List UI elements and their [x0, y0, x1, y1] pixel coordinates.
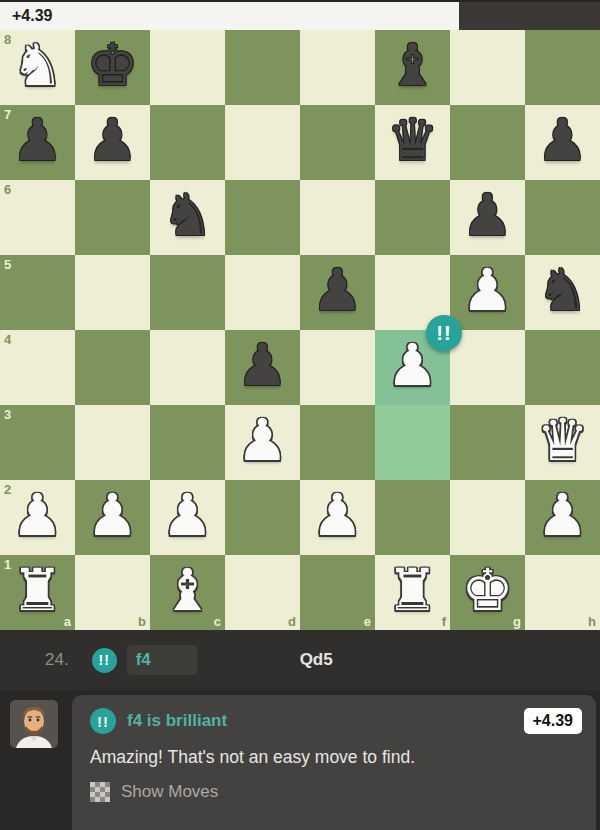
brilliant-symbol: !!	[98, 652, 109, 668]
square-h5[interactable]: ♞	[525, 255, 600, 330]
black-pawn-b7[interactable]: ♟	[87, 111, 139, 169]
black-queen-f7[interactable]: ♛	[387, 111, 439, 169]
square-f7[interactable]: ♛	[375, 105, 450, 180]
white-pawn-c2[interactable]: ♟	[162, 486, 214, 544]
black-pawn-e5[interactable]: ♟	[312, 261, 364, 319]
square-c8[interactable]	[150, 30, 225, 105]
square-c5[interactable]	[150, 255, 225, 330]
square-e5[interactable]: ♟	[300, 255, 375, 330]
square-b4[interactable]	[75, 330, 150, 405]
black-pawn-a7[interactable]: ♟	[12, 111, 64, 169]
white-king-g1[interactable]: ♚	[462, 561, 514, 619]
square-g2[interactable]	[450, 480, 525, 555]
comment-card: !! f4 is brilliant +4.39 Amazing! That's…	[72, 695, 596, 830]
square-e3[interactable]	[300, 405, 375, 480]
black-pawn-h7[interactable]: ♟	[537, 111, 589, 169]
brilliant-symbol: !!	[97, 713, 109, 730]
evaluation-bar: +4.39	[0, 0, 600, 30]
white-pawn-h2[interactable]: ♟	[537, 486, 589, 544]
square-d3[interactable]: ♟	[225, 405, 300, 480]
square-g3[interactable]	[450, 405, 525, 480]
square-h7[interactable]: ♟	[525, 105, 600, 180]
file-label-b: b	[138, 614, 146, 629]
black-pawn-d4[interactable]: ♟	[237, 336, 289, 394]
square-h2[interactable]: ♟	[525, 480, 600, 555]
white-pawn-e2[interactable]: ♟	[312, 486, 364, 544]
square-d8[interactable]	[225, 30, 300, 105]
file-label-g: g	[513, 614, 521, 629]
show-moves-button[interactable]: Show Moves	[90, 782, 582, 802]
square-a8[interactable]: 8♞	[0, 30, 75, 105]
square-b3[interactable]	[75, 405, 150, 480]
square-b8[interactable]: ♚	[75, 30, 150, 105]
square-f6[interactable]	[375, 180, 450, 255]
rank-label-1: 1	[4, 557, 11, 572]
square-d1[interactable]: d	[225, 555, 300, 630]
square-f8[interactable]: ♝	[375, 30, 450, 105]
square-c6[interactable]: ♞	[150, 180, 225, 255]
rank-label-8: 8	[4, 32, 11, 47]
rank-label-3: 3	[4, 407, 11, 422]
square-f1[interactable]: f♜	[375, 555, 450, 630]
evaluation-score: +4.39	[0, 7, 52, 25]
square-c7[interactable]	[150, 105, 225, 180]
square-d7[interactable]	[225, 105, 300, 180]
square-d6[interactable]	[225, 180, 300, 255]
show-moves-label: Show Moves	[121, 782, 218, 802]
white-queen-h3[interactable]: ♛	[537, 411, 589, 469]
black-move-button[interactable]: Qd5	[300, 650, 333, 670]
square-a7[interactable]: 7♟	[0, 105, 75, 180]
file-label-a: a	[64, 614, 71, 629]
chess-board-area: 8♞♚♝7♟♟♛♟6♞♟5♟♟♞4♟♟3♟♛2♟♟♟♟♟1a♜bc♝def♜g♚…	[0, 30, 600, 630]
square-e2[interactable]: ♟	[300, 480, 375, 555]
analysis-comment-panel: !! f4 is brilliant +4.39 Amazing! That's…	[0, 690, 600, 830]
white-pawn-b2[interactable]: ♟	[87, 486, 139, 544]
black-bishop-f8[interactable]: ♝	[387, 36, 439, 94]
brilliant-move-badge-icon: !!	[92, 648, 117, 673]
move-list-bar: 24. !! f4 Qd5	[0, 630, 600, 690]
square-g1[interactable]: g♚	[450, 555, 525, 630]
square-e7[interactable]	[300, 105, 375, 180]
white-rook-f1[interactable]: ♜	[387, 561, 439, 619]
square-a3[interactable]: 3	[0, 405, 75, 480]
comment-header: !! f4 is brilliant +4.39	[90, 708, 582, 734]
square-c1[interactable]: c♝	[150, 555, 225, 630]
brilliant-move-badge-icon: !!	[90, 708, 116, 734]
square-c2[interactable]: ♟	[150, 480, 225, 555]
square-e8[interactable]	[300, 30, 375, 105]
square-g7[interactable]	[450, 105, 525, 180]
white-pawn-a2[interactable]: ♟	[12, 486, 64, 544]
coach-avatar	[10, 700, 58, 748]
square-d5[interactable]	[225, 255, 300, 330]
square-c4[interactable]	[150, 330, 225, 405]
square-h3[interactable]: ♛	[525, 405, 600, 480]
coach-avatar-image	[10, 700, 58, 748]
chess-board: 8♞♚♝7♟♟♛♟6♞♟5♟♟♞4♟♟3♟♛2♟♟♟♟♟1a♜bc♝def♜g♚…	[0, 30, 600, 630]
square-g6[interactable]: ♟	[450, 180, 525, 255]
file-label-c: c	[214, 614, 221, 629]
square-h8[interactable]	[525, 30, 600, 105]
square-b5[interactable]	[75, 255, 150, 330]
white-pawn-d3[interactable]: ♟	[237, 411, 289, 469]
square-a1[interactable]: 1a♜	[0, 555, 75, 630]
black-knight-h5[interactable]: ♞	[537, 261, 589, 319]
file-label-d: d	[288, 614, 296, 629]
rank-label-4: 4	[4, 332, 11, 347]
mini-board-icon	[90, 782, 110, 802]
square-b6[interactable]	[75, 180, 150, 255]
square-e6[interactable]	[300, 180, 375, 255]
comment-body-text: Amazing! That's not an easy move to find…	[90, 747, 582, 768]
square-b2[interactable]: ♟	[75, 480, 150, 555]
square-g4[interactable]	[450, 330, 525, 405]
square-e4[interactable]	[300, 330, 375, 405]
file-label-e: e	[364, 614, 371, 629]
square-f3[interactable]	[375, 405, 450, 480]
white-rook-a1[interactable]: ♜	[12, 561, 64, 619]
comment-headline: f4 is brilliant	[127, 711, 227, 731]
brilliant-symbol: !!	[436, 322, 451, 345]
square-c3[interactable]	[150, 405, 225, 480]
white-pawn-g5[interactable]: ♟	[462, 261, 514, 319]
square-g5[interactable]: ♟	[450, 255, 525, 330]
black-king-b8[interactable]: ♚	[87, 36, 139, 94]
square-h4[interactable]	[525, 330, 600, 405]
square-a6[interactable]: 6	[0, 180, 75, 255]
square-b1[interactable]: b	[75, 555, 150, 630]
square-f2[interactable]	[375, 480, 450, 555]
square-d4[interactable]: ♟	[225, 330, 300, 405]
file-label-h: h	[588, 614, 596, 629]
evaluation-bar-white-portion: +4.39	[0, 2, 459, 30]
rank-label-5: 5	[4, 257, 11, 272]
square-d2[interactable]	[225, 480, 300, 555]
square-g8[interactable]	[450, 30, 525, 105]
rank-label-2: 2	[4, 482, 11, 497]
brilliant-move-icon: !!	[426, 315, 462, 351]
rank-label-7: 7	[4, 107, 11, 122]
square-h6[interactable]	[525, 180, 600, 255]
white-move-label: f4	[127, 650, 151, 670]
file-label-f: f	[442, 614, 446, 629]
square-a4[interactable]: 4	[0, 330, 75, 405]
white-move-button[interactable]: f4	[127, 645, 197, 675]
white-knight-a8[interactable]: ♞	[12, 36, 64, 94]
square-h1[interactable]: h	[525, 555, 600, 630]
black-pawn-g6[interactable]: ♟	[462, 186, 514, 244]
white-bishop-c1[interactable]: ♝	[162, 561, 214, 619]
square-a5[interactable]: 5	[0, 255, 75, 330]
rank-label-6: 6	[4, 182, 11, 197]
black-knight-c6[interactable]: ♞	[162, 186, 214, 244]
square-a2[interactable]: 2♟	[0, 480, 75, 555]
move-number: 24.	[45, 650, 69, 670]
square-e1[interactable]: e	[300, 555, 375, 630]
evaluation-badge: +4.39	[524, 708, 582, 734]
square-b7[interactable]: ♟	[75, 105, 150, 180]
